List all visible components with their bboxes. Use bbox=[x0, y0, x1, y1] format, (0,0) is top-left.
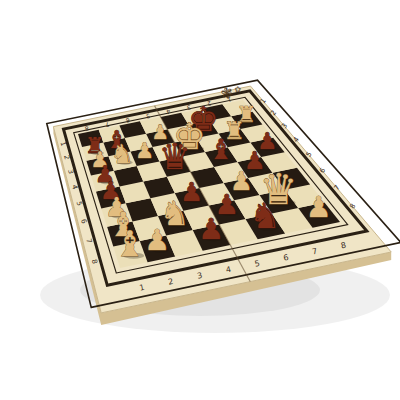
chess-board: 12345678876543218765432187654321❃✿♜♚♜♟♝♚… bbox=[0, 0, 400, 400]
knight-glyph: ♞ bbox=[249, 195, 280, 236]
bishop-glyph: ♝ bbox=[208, 133, 233, 166]
pawn-glyph: ♟ bbox=[144, 223, 170, 257]
piece-dark-bishop-f5[interactable]: ♝ bbox=[208, 133, 233, 166]
piece-light-bishop-a1[interactable]: ♝ bbox=[114, 223, 145, 264]
piece-light-pawn-c6[interactable]: ♟ bbox=[135, 138, 154, 163]
pawn-glyph: ♟ bbox=[306, 190, 332, 224]
pawn-glyph: ♟ bbox=[198, 212, 224, 246]
flower-stamp-small-icon: ✿ bbox=[234, 85, 241, 94]
piece-light-pawn-h1[interactable]: ♟ bbox=[306, 190, 332, 224]
piece-dark-knight-f1[interactable]: ♞ bbox=[249, 195, 280, 236]
piece-light-pawn-b1[interactable]: ♟ bbox=[144, 223, 170, 257]
piece-dark-queen-d5[interactable]: ♛ bbox=[159, 136, 191, 177]
pawn-glyph: ♟ bbox=[135, 138, 154, 163]
product-photo-stage: 12345678876543218765432187654321❃✿♜♚♜♟♝♚… bbox=[0, 0, 400, 400]
piece-dark-pawn-d1[interactable]: ♟ bbox=[198, 212, 224, 246]
queen-glyph: ♛ bbox=[159, 136, 191, 177]
bishop-glyph: ♝ bbox=[114, 223, 145, 264]
